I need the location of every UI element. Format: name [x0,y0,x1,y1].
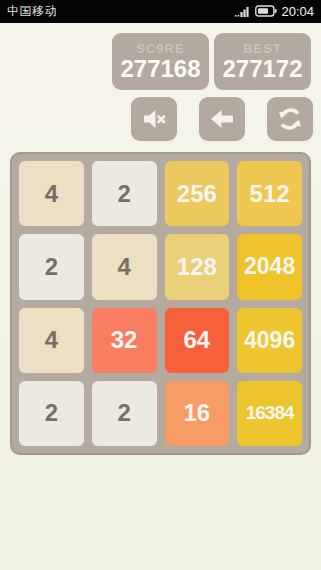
carrier-label: 中国移动 [7,3,57,20]
board[interactable]: 4 2 256 512 2 4 128 2048 4 32 64 4096 2 … [10,152,311,455]
score-box: SC9RE 277168 [112,33,209,90]
tile-r2c2: 4 [92,234,157,299]
best-value: 277172 [222,56,302,82]
tile-r4c4: 16384 [237,381,302,446]
tile-r2c4: 2048 [237,234,302,299]
tile-r1c1: 4 [19,161,84,226]
status-bar: 中国移动 20:04 [0,0,321,23]
tile-r3c1: 4 [19,308,84,373]
tile-r1c3: 256 [165,161,230,226]
scoreboard: SC9RE 277168 BEST 277172 [112,33,311,90]
tile-r4c3: 16 [165,381,230,446]
tile-r4c2: 2 [92,381,157,446]
tile-r1c2: 2 [92,161,157,226]
tile-r3c2: 32 [92,308,157,373]
score-value: 277168 [120,56,200,82]
restart-button[interactable] [267,97,313,141]
refresh-icon [276,105,304,133]
back-button[interactable] [199,97,245,141]
clock: 20:04 [281,4,314,19]
tile-r2c1: 2 [19,234,84,299]
signal-icon [235,3,251,21]
left-arrow-icon [208,107,236,131]
best-box: BEST 277172 [214,33,311,90]
tile-r3c3: 64 [165,308,230,373]
tile-r4c1: 2 [19,381,84,446]
score-label: SC9RE [136,42,184,56]
best-label: BEST [243,42,282,56]
status-bar-right: 20:04 [235,3,314,21]
toolbar [131,97,313,141]
tile-r3c4: 4096 [237,308,302,373]
mute-button[interactable] [131,97,177,141]
battery-icon [255,3,277,21]
tile-r1c4: 512 [237,161,302,226]
tile-r2c3: 128 [165,234,230,299]
muted-speaker-icon [140,106,168,132]
